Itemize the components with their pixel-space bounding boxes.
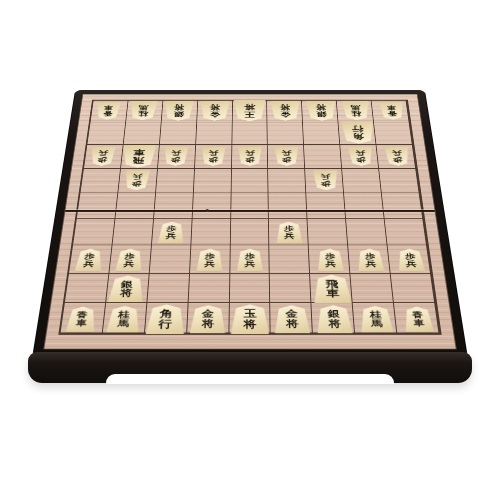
piece-lance-bottom: 香車 <box>66 307 97 332</box>
piece-king-bottom: 玉将 <box>231 304 269 334</box>
piece-pawn-top: 歩兵 <box>275 147 299 166</box>
piece-silver-bottom: 銀将 <box>108 275 145 302</box>
piece-pawn-bottom: 歩兵 <box>237 249 263 271</box>
shogi-board: 香車桂馬銀将金将王将金将銀将桂馬香車角行歩兵飛車歩兵歩兵歩兵歩兵歩兵歩兵歩兵歩兵… <box>32 90 468 358</box>
piece-pawn-top: 歩兵 <box>348 147 374 166</box>
piece-pawn-top: 歩兵 <box>124 171 150 191</box>
pieces-layer: 香車桂馬銀将金将王将金将銀将桂馬香車角行歩兵飛車歩兵歩兵歩兵歩兵歩兵歩兵歩兵歩兵… <box>58 100 441 335</box>
piece-silver-top: 銀将 <box>306 101 337 121</box>
piece-pawn-top: 歩兵 <box>385 147 411 166</box>
piece-pawn-bottom: 歩兵 <box>75 249 104 271</box>
piece-bishop-bottom: 角行 <box>146 304 186 334</box>
piece-pawn-bottom: 歩兵 <box>276 222 302 243</box>
piece-rook-bottom: 飛車 <box>313 275 352 303</box>
piece-pawn-top: 歩兵 <box>201 147 225 166</box>
piece-silver-top: 銀将 <box>164 101 195 121</box>
piece-knight-bottom: 桂馬 <box>359 306 394 333</box>
piece-gold-bottom: 金将 <box>274 305 310 333</box>
piece-bishop-top: 角行 <box>341 122 376 144</box>
piece-pawn-bottom: 歩兵 <box>317 249 344 271</box>
piece-rook-top: 飛車 <box>121 145 156 168</box>
piece-knight-bottom: 桂馬 <box>106 306 141 333</box>
board-wood-surface: 香車桂馬銀将金将王将金将銀将桂馬香車角行歩兵飛車歩兵歩兵歩兵歩兵歩兵歩兵歩兵歩兵… <box>43 94 456 349</box>
piece-pawn-bottom: 歩兵 <box>196 249 223 271</box>
piece-pawn-bottom: 歩兵 <box>115 249 143 271</box>
piece-lance-top: 香車 <box>95 102 121 120</box>
piece-pawn-top: 歩兵 <box>313 171 339 191</box>
board-base-stand <box>28 352 472 383</box>
piece-pawn-bottom: 歩兵 <box>396 249 425 271</box>
piece-silver-bottom: 銀将 <box>316 305 353 333</box>
piece-pawn-bottom: 歩兵 <box>158 222 185 243</box>
board-frame: 香車桂馬銀将金将王将金将銀将桂馬香車角行歩兵飛車歩兵歩兵歩兵歩兵歩兵歩兵歩兵歩兵… <box>32 90 468 358</box>
piece-lance-top: 香車 <box>379 102 405 120</box>
piece-lance-bottom: 香車 <box>403 307 434 332</box>
piece-gold-top: 金将 <box>271 101 301 121</box>
piece-king-top: 王将 <box>234 100 266 121</box>
piece-gold-top: 金将 <box>199 101 229 121</box>
piece-pawn-top: 歩兵 <box>164 147 189 166</box>
piece-pawn-top: 歩兵 <box>238 147 262 166</box>
piece-knight-top: 桂馬 <box>342 101 371 120</box>
piece-pawn-bottom: 歩兵 <box>357 249 385 271</box>
piece-knight-top: 桂馬 <box>129 101 158 120</box>
piece-pawn-top: 歩兵 <box>89 147 115 166</box>
piece-gold-bottom: 金将 <box>190 305 226 333</box>
shogi-set-product-photo: 香車桂馬銀将金将王将金将銀将桂馬香車角行歩兵飛車歩兵歩兵歩兵歩兵歩兵歩兵歩兵歩兵… <box>0 0 500 500</box>
